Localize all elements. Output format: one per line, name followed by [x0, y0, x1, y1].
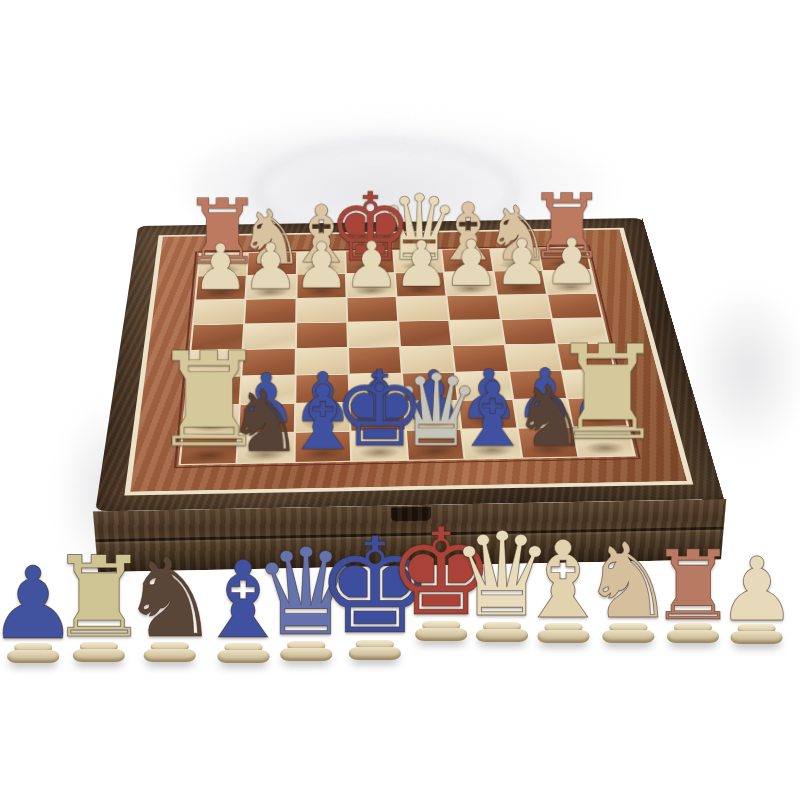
display-piece-white-pawn: ♟ — [718, 550, 797, 644]
display-pieces-row: ♟♜♞♝♛♚♚♛♝♞♜♟ — [0, 0, 800, 800]
figurine-base-bottom — [73, 649, 125, 662]
figurine-base-bottom — [602, 630, 654, 643]
figurine-base-bottom — [667, 630, 719, 643]
figurine-base-bottom — [731, 631, 783, 644]
pawn-glyph: ♟ — [718, 550, 797, 631]
product-photo: ♜♞♝♚♛♝♞♜♟♟♟♟♟♟♟♟♟♟♟♟♟♟♟♟♜♞♝♚♛♝♞♜ ♟♜♞♝♛♚♚… — [0, 0, 800, 800]
figurine-base-bottom — [144, 649, 196, 662]
figurine-base-bottom — [349, 647, 401, 660]
